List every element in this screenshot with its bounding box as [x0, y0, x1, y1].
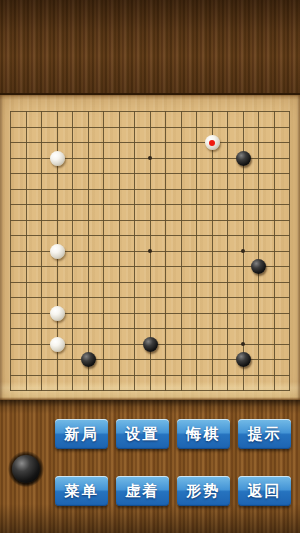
- grid-line-horizontal: [10, 328, 290, 329]
- board-grid[interactable]: [0, 95, 300, 400]
- white-stone-D6: [50, 306, 65, 321]
- black-stone-Q3: [236, 352, 251, 367]
- grid-line-vertical: [274, 111, 275, 391]
- star-point: [241, 342, 245, 346]
- undo-button[interactable]: 悔棋: [177, 419, 230, 449]
- turn-indicator-stone-black: [12, 455, 40, 483]
- white-stone-O17: [205, 135, 220, 150]
- star-point: [148, 156, 152, 160]
- grid-line-horizontal: [10, 375, 290, 376]
- grid-line-horizontal: [10, 297, 290, 298]
- grid-line-vertical: [289, 111, 290, 391]
- back-button[interactable]: 返回: [238, 476, 291, 506]
- black-stone-K4: [143, 337, 158, 352]
- grid-line-horizontal: [10, 390, 290, 391]
- last-move-marker: [209, 140, 215, 146]
- black-stone-R9: [251, 259, 266, 274]
- menu-button[interactable]: 菜单: [55, 476, 108, 506]
- top-wood-panel: [0, 0, 300, 93]
- star-point: [148, 249, 152, 253]
- grid-line-horizontal: [10, 266, 290, 267]
- situation-button[interactable]: 形势: [177, 476, 230, 506]
- go-app-screen: 新局 设置 悔棋 提示 菜单 虚着 形势 返回: [0, 0, 300, 533]
- hint-button[interactable]: 提示: [238, 419, 291, 449]
- white-stone-D4: [50, 337, 65, 352]
- black-stone-Q16: [236, 151, 251, 166]
- white-stone-D16: [50, 151, 65, 166]
- new-game-button[interactable]: 新局: [55, 419, 108, 449]
- grid-line-vertical: [227, 111, 228, 391]
- pass-button[interactable]: 虚着: [116, 476, 169, 506]
- grid-line-vertical: [196, 111, 197, 391]
- white-stone-D10: [50, 244, 65, 259]
- grid-line-vertical: [181, 111, 182, 391]
- grid-line-vertical: [212, 111, 213, 391]
- button-row-2: 菜单 虚着 形势 返回: [55, 476, 291, 506]
- go-board[interactable]: [0, 93, 300, 400]
- star-point: [241, 249, 245, 253]
- grid-line-vertical: [165, 111, 166, 391]
- black-stone-F3: [81, 352, 96, 367]
- grid-line-vertical: [258, 111, 259, 391]
- button-row-1: 新局 设置 悔棋 提示: [55, 419, 291, 449]
- settings-button[interactable]: 设置: [116, 419, 169, 449]
- grid-line-horizontal: [10, 282, 290, 283]
